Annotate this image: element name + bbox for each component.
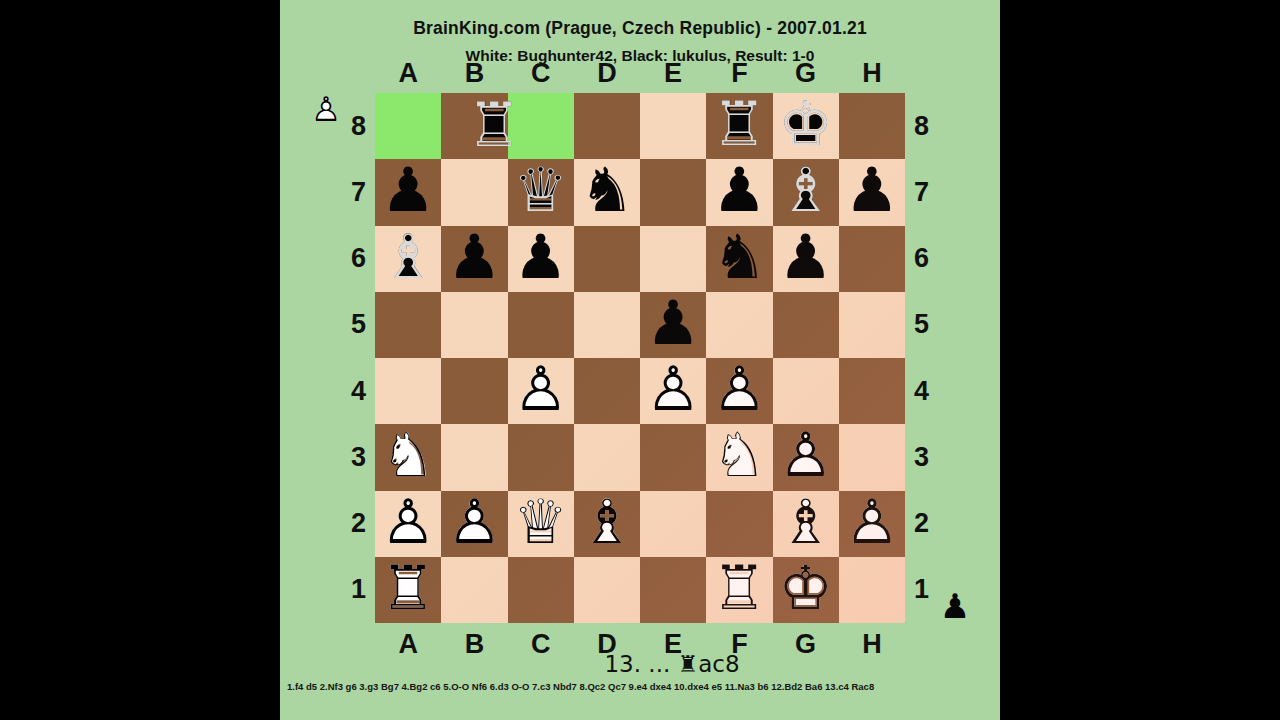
glyph-fill: ♟ — [712, 159, 767, 220]
black-rook[interactable]: ♜♖ — [461, 94, 527, 160]
rank-label-7: 7 — [914, 177, 929, 208]
board-square-a8[interactable] — [375, 93, 441, 159]
glyph-line: ♖ — [712, 93, 767, 154]
glyph-line: ♙ — [712, 358, 767, 419]
rank-label-3: 3 — [351, 442, 366, 473]
glyph-line: ♖ — [381, 557, 436, 618]
glyph-line: ♖ — [467, 94, 522, 155]
rank-label-2: 2 — [914, 508, 929, 539]
file-label-e: E — [640, 58, 706, 88]
glyph-fill: ♟ — [845, 159, 900, 220]
glyph-fill: ♞ — [580, 159, 635, 220]
board-square-e5[interactable]: ♟ — [640, 292, 706, 358]
board-square-g8[interactable]: ♚♔ — [773, 93, 839, 159]
black-pawn[interactable]: ♟ — [773, 226, 839, 292]
white-bishop[interactable]: ♝♗ — [773, 491, 839, 557]
board-square-g5[interactable] — [773, 292, 839, 358]
black-knight[interactable]: ♞ — [706, 226, 772, 292]
black-king[interactable]: ♚♔ — [773, 93, 839, 159]
file-label-f: F — [706, 58, 772, 88]
board-square-g2[interactable]: ♝♗ — [773, 491, 839, 557]
board-square-b2[interactable]: ♟♙ — [441, 491, 507, 557]
rank-label-8: 8 — [351, 111, 366, 142]
white-knight[interactable]: ♞♘ — [375, 424, 441, 490]
board-square-c7[interactable]: ♛♕ — [508, 159, 574, 225]
board-square-f7[interactable]: ♟ — [706, 159, 772, 225]
glyph-line: ♗ — [778, 491, 833, 552]
white-pawn-marker-icon: ♟ ♙ — [308, 92, 344, 128]
rank-label-1: 1 — [914, 574, 929, 605]
board-square-g7[interactable]: ♝♗ — [773, 159, 839, 225]
board-square-h6[interactable] — [839, 226, 905, 292]
board-square-f6[interactable]: ♞ — [706, 226, 772, 292]
rank-label-8: 8 — [914, 111, 929, 142]
board-square-d8[interactable] — [574, 93, 640, 159]
black-pawn[interactable]: ♟ — [706, 159, 772, 225]
glyph-line: ♙ — [646, 358, 701, 419]
glyph-line: ♗ — [381, 226, 436, 287]
black-pawn[interactable]: ♟ — [375, 159, 441, 225]
glyph-fill: ♟ — [778, 226, 833, 287]
board-square-f1[interactable]: ♜♖ — [706, 557, 772, 623]
white-rook[interactable]: ♜♖ — [706, 557, 772, 623]
glyph-line: ♙ — [845, 491, 900, 552]
board-square-d4[interactable] — [574, 358, 640, 424]
white-pawn[interactable]: ♟♙ — [441, 491, 507, 557]
white-pawn[interactable]: ♟♙ — [640, 358, 706, 424]
white-pawn-icon: ♟ ♙ — [308, 92, 344, 128]
rank-label-3: 3 — [914, 442, 929, 473]
white-bishop[interactable]: ♝♗ — [574, 491, 640, 557]
board-square-a3[interactable]: ♞♘ — [375, 424, 441, 490]
white-queen[interactable]: ♛♕ — [508, 491, 574, 557]
rank-label-6: 6 — [914, 243, 929, 274]
board-square-b6[interactable]: ♟ — [441, 226, 507, 292]
black-pawn[interactable]: ♟ — [508, 226, 574, 292]
white-pawn[interactable]: ♟♙ — [706, 358, 772, 424]
file-label-c: C — [508, 58, 574, 88]
glyph-line: ♕ — [513, 491, 568, 552]
file-labels-top: ABCDEFGH — [375, 58, 905, 88]
glyph-line: ♘ — [712, 424, 767, 485]
glyph-fill: ♟ — [646, 292, 701, 353]
white-knight[interactable]: ♞♘ — [706, 424, 772, 490]
board-square-g6[interactable]: ♟ — [773, 226, 839, 292]
glyph-line: ♗ — [778, 159, 833, 220]
board-square-f5[interactable] — [706, 292, 772, 358]
black-pawn[interactable]: ♟ — [839, 159, 905, 225]
board-square-b3[interactable] — [441, 424, 507, 490]
board-square-c6[interactable]: ♟ — [508, 226, 574, 292]
board-square-e4[interactable]: ♟♙ — [640, 358, 706, 424]
glyph-fill: ♟ — [447, 226, 502, 287]
glyph-line: ♙ — [447, 491, 502, 552]
rank-label-5: 5 — [914, 309, 929, 340]
board-square-d7[interactable]: ♞ — [574, 159, 640, 225]
board-square-d6[interactable] — [574, 226, 640, 292]
board-square-f4[interactable]: ♟♙ — [706, 358, 772, 424]
board-square-b7[interactable] — [441, 159, 507, 225]
board-square-f8[interactable]: ♜♖ — [706, 93, 772, 159]
white-rook[interactable]: ♜♖ — [375, 557, 441, 623]
board-square-c2[interactable]: ♛♕ — [508, 491, 574, 557]
rank-label-4: 4 — [351, 376, 366, 407]
board-square-d2[interactable]: ♝♗ — [574, 491, 640, 557]
board-square-b4[interactable] — [441, 358, 507, 424]
glyph-fill: ♟ — [381, 159, 436, 220]
board-square-g1[interactable]: ♚♔ — [773, 557, 839, 623]
board-square-e7[interactable] — [640, 159, 706, 225]
board-square-h4[interactable] — [839, 358, 905, 424]
board-square-b5[interactable] — [441, 292, 507, 358]
black-queen[interactable]: ♛♕ — [508, 159, 574, 225]
board-square-c1[interactable] — [508, 557, 574, 623]
white-pawn[interactable]: ♟♙ — [508, 358, 574, 424]
board-square-e8[interactable] — [640, 93, 706, 159]
white-pawn[interactable]: ♟♙ — [773, 424, 839, 490]
letterbox-right — [1000, 0, 1280, 720]
board-square-c3[interactable] — [508, 424, 574, 490]
file-label-a: A — [375, 58, 441, 88]
glyph-line: ♗ — [580, 491, 635, 552]
black-pawn-marker-icon: ♟ — [937, 589, 973, 625]
rank-label-2: 2 — [351, 508, 366, 539]
board-square-h5[interactable] — [839, 292, 905, 358]
board-square-f2[interactable] — [706, 491, 772, 557]
glyph-line: ♙ — [381, 491, 436, 552]
moving-black-rook[interactable]: ♜♖ — [461, 94, 527, 160]
move-list-text: 1.f4 d5 2.Nf3 g6 3.g3 Bg7 4.Bg2 c6 5.O-O… — [287, 681, 874, 692]
board-square-c4[interactable]: ♟♙ — [508, 358, 574, 424]
board-square-d1[interactable] — [574, 557, 640, 623]
current-move-text: 13. ... ♜ac8 — [280, 651, 1000, 677]
board-square-a2[interactable]: ♟♙ — [375, 491, 441, 557]
black-pawn[interactable]: ♟ — [441, 226, 507, 292]
rank-labels-right: 87654321 — [914, 93, 944, 623]
glyph-line: ♔ — [778, 557, 833, 618]
glyph-line: ♘ — [381, 424, 436, 485]
content-area: BrainKing.com (Prague, Czech Republic) -… — [280, 0, 1000, 720]
file-label-d: D — [574, 58, 640, 88]
black-rook[interactable]: ♜♖ — [706, 93, 772, 159]
glyph-fill: ♞ — [712, 226, 767, 287]
board-wrap: ♜♖♚♔♟♛♕♞♟♝♗♟♝♗♟♟♞♟♟♟♙♟♙♟♙♞♘♞♘♟♙♟♙♟♙♛♕♝♗♝… — [375, 93, 905, 623]
glyph-line: ♙ — [513, 358, 568, 419]
black-knight[interactable]: ♞ — [574, 159, 640, 225]
board-square-a7[interactable]: ♟ — [375, 159, 441, 225]
board-square-a1[interactable]: ♜♖ — [375, 557, 441, 623]
chess-board: ♜♖♚♔♟♛♕♞♟♝♗♟♝♗♟♟♞♟♟♟♙♟♙♟♙♞♘♞♘♟♙♟♙♟♙♛♕♝♗♝… — [375, 93, 905, 623]
file-label-b: B — [441, 58, 507, 88]
white-pawn[interactable]: ♟♙ — [839, 491, 905, 557]
file-label-g: G — [773, 58, 839, 88]
board-square-h1[interactable] — [839, 557, 905, 623]
rank-label-7: 7 — [351, 177, 366, 208]
board-square-h3[interactable] — [839, 424, 905, 490]
rank-label-1: 1 — [351, 574, 366, 605]
board-square-b1[interactable] — [441, 557, 507, 623]
board-square-d3[interactable] — [574, 424, 640, 490]
board-square-g4[interactable] — [773, 358, 839, 424]
board-square-h2[interactable]: ♟♙ — [839, 491, 905, 557]
file-label-h: H — [839, 58, 905, 88]
board-square-h7[interactable]: ♟ — [839, 159, 905, 225]
glyph-fill: ♟ — [940, 589, 970, 623]
board-square-c5[interactable] — [508, 292, 574, 358]
board-square-e2[interactable] — [640, 491, 706, 557]
black-pawn[interactable]: ♟ — [640, 292, 706, 358]
glyph-line: ♙ — [311, 92, 341, 126]
board-square-a6[interactable]: ♝♗ — [375, 226, 441, 292]
board-square-h8[interactable] — [839, 93, 905, 159]
game-title: BrainKing.com (Prague, Czech Republic) -… — [280, 18, 1000, 39]
white-king[interactable]: ♚♔ — [773, 557, 839, 623]
board-square-e3[interactable] — [640, 424, 706, 490]
board-square-a5[interactable] — [375, 292, 441, 358]
glyph-line: ♖ — [712, 557, 767, 618]
rank-label-5: 5 — [351, 309, 366, 340]
board-square-a4[interactable] — [375, 358, 441, 424]
board-square-e6[interactable] — [640, 226, 706, 292]
glyph-line: ♙ — [778, 424, 833, 485]
board-square-e1[interactable] — [640, 557, 706, 623]
glyph-line: ♕ — [513, 159, 568, 220]
glyph-line: ♔ — [778, 93, 833, 154]
board-square-f3[interactable]: ♞♘ — [706, 424, 772, 490]
black-bishop[interactable]: ♝♗ — [375, 226, 441, 292]
rank-label-4: 4 — [914, 376, 929, 407]
rank-label-6: 6 — [351, 243, 366, 274]
letterbox-left — [0, 0, 280, 720]
glyph-fill: ♟ — [513, 226, 568, 287]
board-square-d5[interactable] — [574, 292, 640, 358]
board-square-g3[interactable]: ♟♙ — [773, 424, 839, 490]
rank-labels-left: 87654321 — [336, 93, 366, 623]
black-pawn-icon: ♟ — [937, 589, 973, 625]
black-bishop[interactable]: ♝♗ — [773, 159, 839, 225]
white-pawn[interactable]: ♟♙ — [375, 491, 441, 557]
